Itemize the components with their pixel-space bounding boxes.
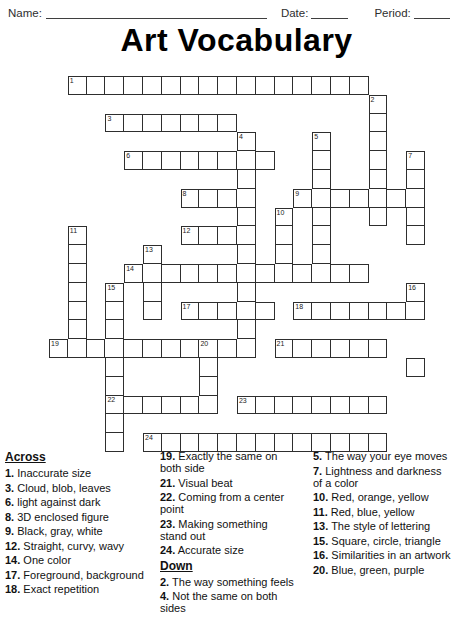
cell-r4c11[interactable] (256, 151, 275, 170)
cell-r0c4[interactable] (124, 76, 143, 95)
cell-r10c9[interactable] (218, 264, 237, 283)
clue-across-8: 8. 3D enclosed figure (5, 511, 155, 523)
cell-r14c8[interactable]: 20 (199, 339, 218, 358)
cell-r0c11[interactable] (256, 76, 275, 95)
cell-number-13: 13 (145, 246, 153, 254)
cell-r11c3[interactable]: 15 (105, 283, 124, 302)
cell-number-8: 8 (183, 190, 187, 198)
cell-r10c4[interactable]: 14 (124, 264, 143, 283)
cell-r14c14[interactable] (312, 339, 331, 358)
cell-r8c10[interactable] (237, 226, 256, 245)
cell-r6c13[interactable]: 9 (293, 189, 312, 208)
cell-r8c19[interactable] (406, 226, 425, 245)
across-heading: Across (5, 450, 155, 464)
cell-r9c14[interactable] (312, 245, 331, 264)
name-blank-line[interactable] (46, 6, 267, 19)
cell-number-21: 21 (277, 340, 285, 348)
cell-number-19: 19 (51, 340, 59, 348)
cell-r17c4[interactable] (124, 396, 143, 415)
cell-r16c3[interactable] (105, 377, 124, 396)
cell-r2c6[interactable] (162, 114, 181, 133)
cell-r7c17[interactable] (369, 208, 388, 227)
cell-r14c6[interactable] (162, 339, 181, 358)
cell-r14c15[interactable] (331, 339, 350, 358)
cell-r17c12[interactable] (275, 396, 294, 415)
cell-r12c8[interactable] (199, 302, 218, 321)
cell-r4c5[interactable] (143, 151, 162, 170)
cell-r12c7[interactable]: 17 (181, 302, 200, 321)
cell-r6c15[interactable] (331, 189, 350, 208)
cell-r0c1[interactable]: 1 (68, 76, 87, 95)
clue-column-1: Across1. Inaccurate size3. Cloud, blob, … (5, 450, 155, 598)
clue-across-18: 18. Exact repetition (5, 583, 155, 595)
cell-r17c10[interactable]: 23 (237, 396, 256, 415)
cell-r14c10[interactable] (237, 339, 256, 358)
period-label: Period: (374, 7, 410, 19)
cell-r4c17[interactable] (369, 151, 388, 170)
cell-number-22: 22 (107, 396, 115, 404)
cell-number-9: 9 (295, 190, 299, 198)
clue-down-7: 7. Lightness and darkness of a color (313, 465, 453, 489)
clue-across-12: 12. Straight, curvy, wavy (5, 540, 155, 552)
clue-across-23: 23. Making something stand out (160, 518, 294, 542)
cell-r5c10[interactable] (237, 170, 256, 189)
cell-r14c13[interactable] (293, 339, 312, 358)
clue-down-4: 4. Not the same on both sides (160, 590, 294, 614)
cell-number-11: 11 (70, 227, 77, 235)
cell-r0c9[interactable] (218, 76, 237, 95)
cell-r12c19[interactable] (406, 302, 425, 321)
cell-r4c6[interactable] (162, 151, 181, 170)
cell-r14c4[interactable] (124, 339, 143, 358)
cell-r5c14[interactable] (312, 170, 331, 189)
cell-r10c10[interactable] (237, 264, 256, 283)
cell-r4c4[interactable]: 6 (124, 151, 143, 170)
cell-number-7: 7 (408, 152, 412, 160)
clue-column-3: 5. The way your eye moves7. Lightness an… (313, 450, 453, 578)
cell-r8c7[interactable]: 12 (181, 226, 200, 245)
cell-r9c12[interactable] (275, 245, 294, 264)
cell-r17c7[interactable] (181, 396, 200, 415)
cell-r12c9[interactable] (218, 302, 237, 321)
cell-r4c7[interactable] (181, 151, 200, 170)
clue-down-11: 11. Red, blue, yellow (313, 506, 453, 518)
cell-r14c2[interactable] (87, 339, 106, 358)
cell-r12c17[interactable] (369, 302, 388, 321)
cell-r14c16[interactable] (350, 339, 369, 358)
cell-r19c13[interactable] (293, 433, 312, 452)
clue-down-2: 2. The way something feels (160, 576, 294, 588)
cell-r12c14[interactable] (312, 302, 331, 321)
cell-r8c14[interactable] (312, 226, 331, 245)
cell-r14c3[interactable] (105, 339, 124, 358)
clue-column-2: 19. Exactly the same on both side21. Vis… (160, 450, 294, 617)
cell-r7c10[interactable] (237, 208, 256, 227)
cell-r9c5[interactable]: 13 (143, 245, 162, 264)
cell-r1c17[interactable]: 2 (369, 95, 388, 114)
cell-r12c5[interactable] (143, 302, 162, 321)
cell-r0c3[interactable] (105, 76, 124, 95)
cell-r3c14[interactable]: 5 (312, 132, 331, 151)
cell-number-23: 23 (239, 397, 247, 405)
clue-across-22: 22. Coming from a center point (160, 491, 294, 515)
clue-down-16: 16. Similarities in an artwork (313, 549, 453, 561)
cell-r0c15[interactable] (331, 76, 350, 95)
clue-across-3: 3. Cloud, blob, leaves (5, 482, 155, 494)
cell-r2c9[interactable] (218, 114, 237, 133)
cell-number-2: 2 (371, 96, 375, 104)
cell-r2c17[interactable] (369, 114, 388, 133)
cell-r0c5[interactable] (143, 76, 162, 95)
cell-r7c14[interactable] (312, 208, 331, 227)
clue-across-14: 14. One color (5, 554, 155, 566)
cell-r12c1[interactable] (68, 302, 87, 321)
cell-number-16: 16 (408, 284, 416, 292)
cell-r4c19[interactable]: 7 (406, 151, 425, 170)
clue-across-17: 17. Foreground, background (5, 569, 155, 581)
clue-down-15: 15. Square, circle, triangle (313, 535, 453, 547)
cell-r15c8[interactable] (199, 358, 218, 377)
cell-number-15: 15 (107, 284, 115, 292)
cell-r11c10[interactable] (237, 283, 256, 302)
cell-number-3: 3 (107, 115, 111, 123)
cell-number-4: 4 (239, 133, 243, 141)
cell-r6c17[interactable] (369, 189, 388, 208)
crossword-worksheet: Name:Date:Period: Art Vocabulary 1234567… (0, 0, 473, 629)
cell-number-14: 14 (126, 265, 134, 273)
cell-r2c3[interactable]: 3 (105, 114, 124, 133)
cell-r3c17[interactable] (369, 132, 388, 151)
cell-r13c3[interactable] (105, 320, 124, 339)
cell-r9c1[interactable] (68, 245, 87, 264)
cell-r10c15[interactable] (331, 264, 350, 283)
cell-number-10: 10 (277, 209, 285, 217)
cell-r12c10[interactable] (237, 302, 256, 321)
clue-down-10: 10. Red, orange, yellow (313, 491, 453, 503)
cell-number-20: 20 (200, 340, 208, 348)
cell-r0c13[interactable] (293, 76, 312, 95)
cell-r16c8[interactable] (199, 377, 218, 396)
page-title: Art Vocabulary (0, 22, 473, 59)
cell-r4c14[interactable] (312, 151, 331, 170)
cell-number-5: 5 (314, 133, 318, 141)
cell-r14c1[interactable] (68, 339, 87, 358)
cell-r10c13[interactable] (293, 264, 312, 283)
cell-r0c8[interactable] (199, 76, 218, 95)
cell-r10c5[interactable] (143, 264, 162, 283)
date-blank-line[interactable] (311, 6, 348, 19)
cell-r18c3[interactable] (105, 414, 124, 433)
date-label: Date: (281, 7, 309, 19)
cell-r14c0[interactable]: 19 (49, 339, 68, 358)
name-label: Name: (8, 7, 42, 19)
cell-r7c19[interactable] (406, 208, 425, 227)
cell-r12c15[interactable] (331, 302, 350, 321)
clue-across-6: 6. light against dark (5, 496, 155, 508)
clue-down-13: 13. The style of lettering (313, 520, 453, 532)
cell-r12c11[interactable] (256, 302, 275, 321)
cell-r6c10[interactable] (237, 189, 256, 208)
cell-r0c12[interactable] (275, 76, 294, 95)
cell-r12c3[interactable] (105, 302, 124, 321)
cell-r10c16[interactable] (350, 264, 369, 283)
cell-r0c7[interactable] (181, 76, 200, 95)
cell-r0c16[interactable] (350, 76, 369, 95)
cell-r10c12[interactable] (275, 264, 294, 283)
cell-r6c19[interactable] (406, 189, 425, 208)
cell-r17c3[interactable]: 22 (105, 396, 124, 415)
clue-down-5: 5. The way your eye moves (313, 450, 453, 462)
cell-r12c16[interactable] (350, 302, 369, 321)
cell-r15c19[interactable] (406, 358, 425, 377)
cell-r5c19[interactable] (406, 170, 425, 189)
cell-r17c16[interactable] (350, 396, 369, 415)
cell-r14c17[interactable] (369, 339, 388, 358)
cell-r14c9[interactable] (218, 339, 237, 358)
cell-r9c10[interactable] (237, 245, 256, 264)
clue-across-24: 24. Accurate size (160, 544, 294, 556)
down-heading: Down (160, 559, 294, 573)
cell-r8c1[interactable]: 11 (68, 226, 87, 245)
cell-r17c8[interactable] (199, 396, 218, 415)
cell-number-24: 24 (145, 434, 153, 442)
cell-r0c14[interactable] (312, 76, 331, 95)
cell-r10c6[interactable] (162, 264, 181, 283)
cell-r14c5[interactable] (143, 339, 162, 358)
cell-r2c7[interactable] (181, 114, 200, 133)
clue-across-9: 9. Black, gray, white (5, 525, 155, 537)
cell-r10c14[interactable] (312, 264, 331, 283)
clue-across-21: 21. Visual beat (160, 477, 294, 489)
cell-r17c11[interactable] (256, 396, 275, 415)
cell-r10c8[interactable] (199, 264, 218, 283)
cell-r4c10[interactable] (237, 151, 256, 170)
cell-r14c12[interactable]: 21 (275, 339, 294, 358)
cell-r13c10[interactable] (237, 320, 256, 339)
cell-r0c6[interactable] (162, 76, 181, 95)
cell-r10c1[interactable] (68, 264, 87, 283)
cell-r0c2[interactable] (87, 76, 106, 95)
cell-r6c18[interactable] (387, 189, 406, 208)
cell-r10c7[interactable] (181, 264, 200, 283)
cell-r6c7[interactable]: 8 (181, 189, 200, 208)
cell-r11c5[interactable] (143, 283, 162, 302)
cell-r17c14[interactable] (312, 396, 331, 415)
cell-r4c8[interactable] (199, 151, 218, 170)
cell-r13c1[interactable] (68, 320, 87, 339)
cell-r6c16[interactable] (350, 189, 369, 208)
cell-r5c17[interactable] (369, 170, 388, 189)
cell-r2c8[interactable] (199, 114, 218, 133)
cell-r2c5[interactable] (143, 114, 162, 133)
clue-across-19: 19. Exactly the same on both side (160, 450, 294, 474)
cell-number-1: 1 (70, 77, 74, 85)
cell-r12c13[interactable]: 18 (293, 302, 312, 321)
cell-r11c1[interactable] (68, 283, 87, 302)
cell-r2c4[interactable] (124, 114, 143, 133)
cell-r7c12[interactable]: 10 (275, 208, 294, 227)
cell-r8c8[interactable] (199, 226, 218, 245)
cell-r15c3[interactable] (105, 358, 124, 377)
cell-r6c9[interactable] (218, 189, 237, 208)
clue-down-20: 20. Blue, green, purple (313, 564, 453, 576)
clue-across-1: 1. Inaccurate size (5, 467, 155, 479)
cell-r17c17[interactable] (369, 396, 388, 415)
cell-r10c11[interactable] (256, 264, 275, 283)
cell-r11c19[interactable]: 16 (406, 283, 425, 302)
cell-r4c9[interactable] (218, 151, 237, 170)
cell-r8c9[interactable] (218, 226, 237, 245)
cell-r17c6[interactable] (162, 396, 181, 415)
crossword-grid: 123456789101112131415161718192021222324 (49, 76, 425, 452)
cell-number-12: 12 (183, 227, 191, 235)
cell-r6c8[interactable] (199, 189, 218, 208)
cell-r6c14[interactable] (312, 189, 331, 208)
cell-number-17: 17 (183, 303, 191, 311)
cell-r17c5[interactable] (143, 396, 162, 415)
worksheet-header: Name:Date:Period: (8, 5, 465, 19)
cell-r17c13[interactable] (293, 396, 312, 415)
cell-number-18: 18 (295, 303, 303, 311)
cell-number-6: 6 (126, 152, 130, 160)
cell-r0c10[interactable] (237, 76, 256, 95)
cell-r8c12[interactable] (275, 226, 294, 245)
cell-r3c10[interactable]: 4 (237, 132, 256, 151)
cell-r17c15[interactable] (331, 396, 350, 415)
period-blank-line[interactable] (414, 6, 450, 19)
cell-r12c18[interactable] (387, 302, 406, 321)
cell-r14c7[interactable] (181, 339, 200, 358)
